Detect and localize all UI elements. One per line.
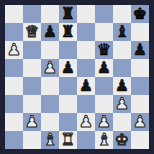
square-b1[interactable] [23, 131, 41, 149]
square-a8[interactable] [5, 5, 23, 23]
square-g8[interactable] [113, 5, 131, 23]
white-pawn-icon: ♟ [79, 113, 93, 131]
square-c2[interactable] [41, 113, 59, 131]
black-pawn-icon: ♟ [79, 77, 93, 95]
white-pawn-icon: ♟ [133, 113, 147, 131]
square-g4[interactable]: ♟ [113, 77, 131, 95]
square-d7[interactable]: ♜ [59, 23, 77, 41]
square-g3[interactable]: ♟ [113, 95, 131, 113]
black-rook-icon: ♜ [61, 23, 75, 41]
black-queen-icon: ♛ [97, 41, 111, 59]
square-c4[interactable] [41, 77, 59, 95]
black-king-icon: ♚ [133, 5, 147, 23]
square-d2[interactable] [59, 113, 77, 131]
white-bishop-icon: ♝ [97, 131, 111, 149]
square-a5[interactable] [5, 59, 23, 77]
square-g1[interactable]: ♚ [113, 131, 131, 149]
square-c5[interactable]: ♟ [41, 59, 59, 77]
white-pawn-icon: ♟ [43, 59, 57, 77]
square-b4[interactable] [23, 77, 41, 95]
square-c6[interactable] [41, 41, 59, 59]
square-f4[interactable] [95, 77, 113, 95]
square-a4[interactable] [5, 77, 23, 95]
square-b6[interactable] [23, 41, 41, 59]
square-c8[interactable] [41, 5, 59, 23]
square-f5[interactable]: ♟ [95, 59, 113, 77]
square-f3[interactable] [95, 95, 113, 113]
square-h4[interactable] [131, 77, 149, 95]
square-c7[interactable]: ♟ [41, 23, 59, 41]
square-a6[interactable]: ♟ [5, 41, 23, 59]
black-rook-icon: ♜ [61, 5, 75, 23]
white-rook-icon: ♜ [61, 131, 75, 149]
white-bishop-icon: ♝ [43, 131, 57, 149]
white-queen-icon: ♛ [25, 23, 39, 41]
square-f6[interactable]: ♛ [95, 41, 113, 59]
black-pawn-icon: ♟ [115, 77, 129, 95]
square-b5[interactable] [23, 59, 41, 77]
black-pawn-icon: ♟ [43, 23, 57, 41]
square-d4[interactable] [59, 77, 77, 95]
square-c3[interactable] [41, 95, 59, 113]
square-h1[interactable] [131, 131, 149, 149]
square-h6[interactable]: ♟ [131, 41, 149, 59]
square-e5[interactable] [77, 59, 95, 77]
square-f7[interactable] [95, 23, 113, 41]
black-pawn-icon: ♟ [97, 59, 111, 77]
square-a2[interactable] [5, 113, 23, 131]
square-h5[interactable] [131, 59, 149, 77]
square-b3[interactable] [23, 95, 41, 113]
white-pawn-icon: ♟ [7, 41, 21, 59]
chess-board-grid: ♜♚♛♟♜♝♟♛♟♟♟♟♟♟♟♟♟♟♟♝♜♝♚ [5, 5, 149, 149]
square-d8[interactable]: ♜ [59, 5, 77, 23]
square-g7[interactable]: ♝ [113, 23, 131, 41]
black-pawn-icon: ♟ [61, 59, 75, 77]
square-f2[interactable]: ♟ [95, 113, 113, 131]
chess-board: ♜♚♛♟♜♝♟♛♟♟♟♟♟♟♟♟♟♟♟♝♜♝♚ [0, 0, 154, 154]
white-pawn-icon: ♟ [97, 113, 111, 131]
square-g5[interactable] [113, 59, 131, 77]
square-a1[interactable] [5, 131, 23, 149]
square-c1[interactable]: ♝ [41, 131, 59, 149]
square-b8[interactable] [23, 5, 41, 23]
square-b2[interactable]: ♟ [23, 113, 41, 131]
square-h8[interactable]: ♚ [131, 5, 149, 23]
square-e3[interactable] [77, 95, 95, 113]
square-b7[interactable]: ♛ [23, 23, 41, 41]
black-pawn-icon: ♟ [133, 41, 147, 59]
square-a3[interactable] [5, 95, 23, 113]
square-e6[interactable] [77, 41, 95, 59]
square-f1[interactable]: ♝ [95, 131, 113, 149]
square-e2[interactable]: ♟ [77, 113, 95, 131]
black-bishop-icon: ♝ [115, 23, 129, 41]
square-e7[interactable] [77, 23, 95, 41]
white-pawn-icon: ♟ [25, 113, 39, 131]
square-h3[interactable] [131, 95, 149, 113]
square-d5[interactable]: ♟ [59, 59, 77, 77]
square-g6[interactable] [113, 41, 131, 59]
square-d6[interactable] [59, 41, 77, 59]
square-e8[interactable] [77, 5, 95, 23]
white-pawn-icon: ♟ [115, 95, 129, 113]
square-d1[interactable]: ♜ [59, 131, 77, 149]
square-g2[interactable] [113, 113, 131, 131]
square-h2[interactable]: ♟ [131, 113, 149, 131]
square-f8[interactable] [95, 5, 113, 23]
square-h7[interactable] [131, 23, 149, 41]
square-e4[interactable]: ♟ [77, 77, 95, 95]
square-d3[interactable] [59, 95, 77, 113]
square-e1[interactable] [77, 131, 95, 149]
white-king-icon: ♚ [115, 131, 129, 149]
square-a7[interactable] [5, 23, 23, 41]
